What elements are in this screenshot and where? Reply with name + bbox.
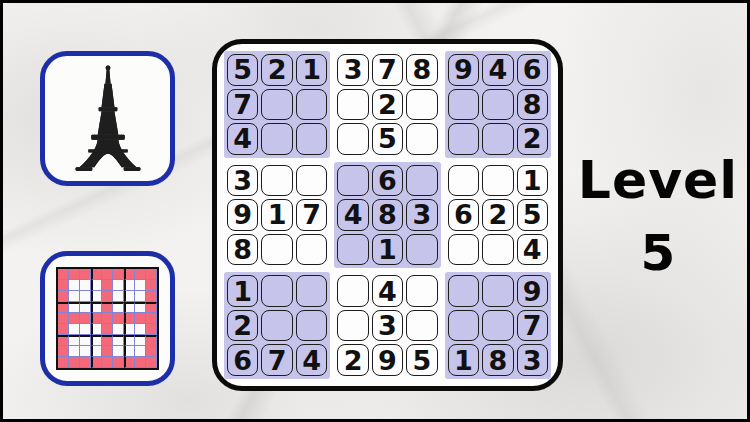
pattern-cell (102, 335, 113, 346)
pattern-cell (146, 269, 157, 280)
sudoku-cell-r3c6[interactable] (406, 123, 437, 155)
pattern-cell (58, 302, 69, 313)
sudoku-cell-r7c6[interactable] (406, 275, 437, 307)
pattern-cell (102, 324, 113, 335)
level-label: Level (570, 150, 746, 210)
pattern-cell (146, 324, 157, 335)
pattern-cell (124, 313, 135, 324)
pattern-cell (135, 269, 146, 280)
sudoku-cell-r8c2[interactable] (261, 310, 292, 342)
pattern-cell (146, 291, 157, 302)
pattern-cell (69, 302, 80, 313)
sudoku-cell-r6c4[interactable] (337, 234, 368, 266)
sudoku-cell-r2c7[interactable] (448, 89, 479, 121)
sudoku-pattern-button[interactable] (40, 251, 175, 386)
sudoku-cell-r5c3[interactable]: 7 (296, 199, 327, 231)
pattern-cell (69, 269, 80, 280)
sudoku-cell-r6c8[interactable] (482, 234, 513, 266)
sudoku-cell-r7c4[interactable] (337, 275, 368, 307)
sudoku-cell-r1c4[interactable]: 3 (337, 54, 368, 86)
pattern-cell (146, 280, 157, 291)
pattern-cell (58, 269, 69, 280)
pattern-cell (102, 291, 113, 302)
pattern-cell (91, 346, 102, 357)
sudoku-box-8: 43295 (334, 272, 440, 379)
pattern-cell (91, 335, 102, 346)
sudoku-cell-r5c9[interactable]: 5 (517, 199, 548, 231)
sudoku-cell-r3c5[interactable]: 5 (372, 123, 403, 155)
sudoku-cell-r4c3[interactable] (296, 165, 327, 197)
pattern-cell (102, 280, 113, 291)
pattern-cell (124, 269, 135, 280)
sudoku-cell-r6c7[interactable] (448, 234, 479, 266)
pattern-cell (69, 324, 80, 335)
sudoku-cell-r3c1[interactable]: 4 (227, 123, 258, 155)
pattern-cell (91, 324, 102, 335)
pattern-cell (113, 269, 124, 280)
pattern-cell (69, 335, 80, 346)
sudoku-cell-r6c6[interactable] (406, 234, 437, 266)
sudoku-cell-r9c7[interactable]: 1 (448, 344, 479, 376)
sudoku-board: 5217437825946823917864831162541267443295… (212, 39, 563, 391)
sudoku-cell-r8c5[interactable]: 3 (372, 310, 403, 342)
sudoku-cell-r4c1[interactable]: 3 (227, 165, 258, 197)
sudoku-cell-r5c2[interactable]: 1 (261, 199, 292, 231)
pattern-cell (80, 324, 91, 335)
eiffel-tower-icon (49, 64, 167, 174)
pattern-cell (113, 335, 124, 346)
pattern-cell (135, 346, 146, 357)
pattern-cell (91, 291, 102, 302)
sudoku-cell-r1c2[interactable]: 2 (261, 54, 292, 86)
sudoku-box-9: 97183 (445, 272, 551, 379)
sudoku-cell-r9c6[interactable]: 5 (406, 344, 437, 376)
pattern-cell (113, 346, 124, 357)
pattern-cell (135, 291, 146, 302)
sudoku-cell-r3c2[interactable] (261, 123, 292, 155)
sudoku-cell-r4c4[interactable] (337, 165, 368, 197)
pattern-cell (113, 280, 124, 291)
pattern-cell (91, 302, 102, 313)
sudoku-cell-r6c9[interactable]: 4 (517, 234, 548, 266)
sudoku-cell-r2c4[interactable] (337, 89, 368, 121)
sudoku-box-7: 12674 (224, 272, 330, 379)
sudoku-cell-r9c4[interactable]: 2 (337, 344, 368, 376)
sudoku-box-3: 94682 (445, 51, 551, 158)
pattern-cell (58, 324, 69, 335)
sudoku-box-5: 64831 (334, 162, 440, 269)
sudoku-cell-r5c7[interactable]: 6 (448, 199, 479, 231)
sudoku-cell-r9c2[interactable]: 7 (261, 344, 292, 376)
pattern-cell (80, 313, 91, 324)
sudoku-cell-r5c6[interactable]: 3 (406, 199, 437, 231)
sudoku-cell-r8c7[interactable] (448, 310, 479, 342)
sudoku-cell-r4c2[interactable] (261, 165, 292, 197)
sudoku-cell-r1c1[interactable]: 5 (227, 54, 258, 86)
sudoku-box-1: 52174 (224, 51, 330, 158)
sudoku-cell-r9c8[interactable]: 8 (482, 344, 513, 376)
pattern-cell (69, 313, 80, 324)
pattern-cell (124, 302, 135, 313)
pattern-cell (102, 302, 113, 313)
pattern-cell (58, 357, 69, 368)
sudoku-cell-r5c5[interactable]: 8 (372, 199, 403, 231)
pattern-cell (124, 335, 135, 346)
pattern-cell (135, 280, 146, 291)
sudoku-pattern-icon (56, 267, 159, 370)
pattern-cell (135, 313, 146, 324)
sudoku-cell-r1c6[interactable]: 8 (406, 54, 437, 86)
pattern-cell (80, 302, 91, 313)
sudoku-cell-r1c9[interactable]: 6 (517, 54, 548, 86)
sudoku-cell-r3c7[interactable] (448, 123, 479, 155)
sudoku-cell-r7c3[interactable] (296, 275, 327, 307)
pattern-cell (102, 346, 113, 357)
sudoku-cell-r6c2[interactable] (261, 234, 292, 266)
sudoku-cell-r8c6[interactable] (406, 310, 437, 342)
sudoku-cell-r7c1[interactable]: 1 (227, 275, 258, 307)
sudoku-cell-r5c8[interactable]: 2 (482, 199, 513, 231)
pattern-cell (146, 313, 157, 324)
pattern-cell (113, 313, 124, 324)
level-number: 5 (570, 224, 746, 282)
sudoku-cell-r1c3[interactable]: 1 (296, 54, 327, 86)
sudoku-cell-r7c5[interactable]: 4 (372, 275, 403, 307)
sudoku-cell-r8c4[interactable] (337, 310, 368, 342)
sudoku-cell-r7c9[interactable]: 9 (517, 275, 548, 307)
pattern-cell (113, 291, 124, 302)
sudoku-cell-r9c5[interactable]: 9 (372, 344, 403, 376)
sudoku-cell-r5c4[interactable]: 4 (337, 199, 368, 231)
sudoku-cell-r9c3[interactable]: 4 (296, 344, 327, 376)
game-screen: 5217437825946823917864831162541267443295… (0, 0, 750, 422)
pattern-cell (135, 302, 146, 313)
sudoku-cell-r8c1[interactable]: 2 (227, 310, 258, 342)
sudoku-cell-r2c6[interactable] (406, 89, 437, 121)
sudoku-cell-r2c8[interactable] (482, 89, 513, 121)
pattern-cell (69, 280, 80, 291)
pattern-cell (146, 357, 157, 368)
eiffel-tower-button[interactable] (40, 51, 175, 186)
pattern-cell (135, 357, 146, 368)
pattern-cell (124, 291, 135, 302)
pattern-cell (80, 346, 91, 357)
pattern-cell (91, 357, 102, 368)
pattern-cell (91, 269, 102, 280)
sudoku-box-2: 37825 (334, 51, 440, 158)
sudoku-cell-r3c4[interactable] (337, 123, 368, 155)
sudoku-cell-r2c9[interactable]: 8 (517, 89, 548, 121)
pattern-cell (135, 324, 146, 335)
pattern-cell (58, 346, 69, 357)
sudoku-cell-r7c7[interactable] (448, 275, 479, 307)
pattern-cell (102, 357, 113, 368)
sudoku-cell-r9c1[interactable]: 6 (227, 344, 258, 376)
pattern-cell (146, 302, 157, 313)
sudoku-cell-r5c1[interactable]: 9 (227, 199, 258, 231)
pattern-cell (113, 302, 124, 313)
sudoku-cell-r6c5[interactable]: 1 (372, 234, 403, 266)
sudoku-cell-r4c7[interactable] (448, 165, 479, 197)
pattern-cell (58, 313, 69, 324)
sudoku-cell-r1c8[interactable]: 4 (482, 54, 513, 86)
sudoku-box-4: 39178 (224, 162, 330, 269)
sudoku-cell-r3c8[interactable] (482, 123, 513, 155)
sudoku-cell-r9c9[interactable]: 3 (517, 344, 548, 376)
sudoku-cell-r6c3[interactable] (296, 234, 327, 266)
pattern-cell (58, 280, 69, 291)
pattern-cell (102, 313, 113, 324)
sudoku-cell-r7c8[interactable] (482, 275, 513, 307)
pattern-cell (69, 357, 80, 368)
level-indicator: Level 5 (570, 150, 746, 282)
pattern-cell (69, 291, 80, 302)
sudoku-cell-r6c1[interactable]: 8 (227, 234, 258, 266)
sudoku-cell-r1c7[interactable]: 9 (448, 54, 479, 86)
pattern-cell (124, 357, 135, 368)
pattern-cell (80, 335, 91, 346)
sudoku-cell-r2c1[interactable]: 7 (227, 89, 258, 121)
pattern-cell (146, 335, 157, 346)
pattern-cell (124, 280, 135, 291)
pattern-cell (124, 324, 135, 335)
pattern-cell (80, 357, 91, 368)
pattern-cell (146, 346, 157, 357)
pattern-cell (80, 280, 91, 291)
sudoku-cell-r7c2[interactable] (261, 275, 292, 307)
sudoku-cell-r8c9[interactable]: 7 (517, 310, 548, 342)
pattern-cell (80, 269, 91, 280)
sudoku-cell-r2c3[interactable] (296, 89, 327, 121)
sudoku-cell-r3c9[interactable]: 2 (517, 123, 548, 155)
pattern-cell (113, 357, 124, 368)
pattern-cell (135, 335, 146, 346)
pattern-cell (91, 313, 102, 324)
pattern-cell (124, 346, 135, 357)
pattern-cell (69, 346, 80, 357)
sudoku-cell-r2c5[interactable]: 2 (372, 89, 403, 121)
sudoku-cell-r4c5[interactable]: 6 (372, 165, 403, 197)
sudoku-cell-r4c8[interactable] (482, 165, 513, 197)
pattern-cell (80, 291, 91, 302)
sudoku-cell-r1c5[interactable]: 7 (372, 54, 403, 86)
sudoku-cell-r2c2[interactable] (261, 89, 292, 121)
pattern-cell (113, 324, 124, 335)
pattern-cell (58, 291, 69, 302)
sudoku-cell-r3c3[interactable] (296, 123, 327, 155)
pattern-cell (102, 269, 113, 280)
sudoku-cell-r4c9[interactable]: 1 (517, 165, 548, 197)
sudoku-cell-r8c8[interactable] (482, 310, 513, 342)
pattern-cell (91, 280, 102, 291)
pattern-cell (58, 335, 69, 346)
sudoku-box-6: 16254 (445, 162, 551, 269)
sudoku-cell-r4c6[interactable] (406, 165, 437, 197)
sudoku-cell-r8c3[interactable] (296, 310, 327, 342)
